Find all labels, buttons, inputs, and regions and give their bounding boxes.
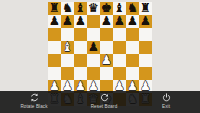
white-pawn: ♟ xyxy=(100,54,113,67)
black-pawn: ♟ xyxy=(87,41,100,54)
black-pawn: ♟ xyxy=(126,15,139,28)
reset-board-label: Reset Board xyxy=(91,104,118,109)
black-pawn: ♟ xyxy=(48,15,61,28)
square-b4[interactable] xyxy=(61,54,74,67)
square-c6[interactable] xyxy=(74,28,87,41)
rotate-black-button[interactable]: Rotate Black xyxy=(6,92,62,112)
square-f5[interactable] xyxy=(113,41,126,54)
square-g5[interactable] xyxy=(126,41,139,54)
square-h4[interactable] xyxy=(139,54,152,67)
black-pawn: ♟ xyxy=(61,15,74,28)
black-pawn: ♟ xyxy=(139,15,152,28)
reset-icon xyxy=(100,93,109,102)
square-a7[interactable]: ♟ xyxy=(48,15,61,28)
square-f4[interactable] xyxy=(113,54,126,67)
square-a4[interactable] xyxy=(48,54,61,67)
square-c4[interactable] xyxy=(74,54,87,67)
square-b7[interactable]: ♟ xyxy=(61,15,74,28)
power-icon xyxy=(162,93,171,102)
black-queen: ♛ xyxy=(87,2,100,15)
square-d8[interactable]: ♛ xyxy=(87,2,100,15)
bottom-toolbar: Rotate Black Reset Board Exit xyxy=(0,91,200,113)
square-d4[interactable] xyxy=(87,54,100,67)
square-e3[interactable] xyxy=(100,67,113,80)
square-c5[interactable] xyxy=(74,41,87,54)
square-e6[interactable] xyxy=(100,28,113,41)
white-bishop: ♝ xyxy=(61,41,74,54)
black-pawn: ♟ xyxy=(113,15,126,28)
square-g6[interactable] xyxy=(126,28,139,41)
square-c7[interactable]: ♟ xyxy=(74,15,87,28)
square-h7[interactable]: ♟ xyxy=(139,15,152,28)
square-f7[interactable]: ♟ xyxy=(113,15,126,28)
square-b5[interactable]: ♝ xyxy=(61,41,74,54)
square-h6[interactable] xyxy=(139,28,152,41)
exit-label: Exit xyxy=(162,104,170,109)
black-pawn: ♟ xyxy=(74,15,87,28)
square-f6[interactable] xyxy=(113,28,126,41)
rotate-black-label: Rotate Black xyxy=(20,104,47,109)
rotate-icon xyxy=(30,93,39,102)
square-d5[interactable]: ♟ xyxy=(87,41,100,54)
square-g7[interactable]: ♟ xyxy=(126,15,139,28)
square-g4[interactable] xyxy=(126,54,139,67)
square-e7[interactable]: ♟ xyxy=(100,15,113,28)
square-e4[interactable]: ♟ xyxy=(100,54,113,67)
square-d7[interactable] xyxy=(87,15,100,28)
square-h5[interactable] xyxy=(139,41,152,54)
square-a6[interactable] xyxy=(48,28,61,41)
square-a5[interactable] xyxy=(48,41,61,54)
black-pawn: ♟ xyxy=(100,15,113,28)
reset-board-button[interactable]: Reset Board xyxy=(76,92,132,112)
exit-button[interactable]: Exit xyxy=(138,92,194,112)
chess-app-screen: ♜♞♝♛♚♝♞♜♟♟♟♟♟♟♟♝♟♟♟♟♟♟♟♟♟♜♞♝♛♚♞♜ Rotate … xyxy=(0,0,200,113)
